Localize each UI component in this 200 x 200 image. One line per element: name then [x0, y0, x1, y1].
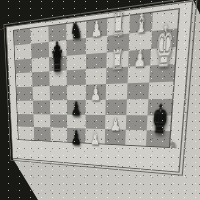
square-c6r5: [105, 83, 127, 99]
piece-white-bishop-a2: ♝: [134, 9, 148, 37]
square-c1r7: [18, 114, 34, 127]
square-c2r2: [31, 42, 49, 58]
piece-black-pawn-h5: ♟: [71, 127, 81, 147]
square-c7r8: [125, 130, 147, 146]
square-c1r8: [18, 127, 34, 140]
square-c7r6: [126, 99, 149, 115]
square-c3r7: [50, 114, 68, 128]
square-c7r5: [126, 82, 149, 99]
piece-black-knight-a5: ♞: [70, 19, 83, 44]
piece-black-pawn-f5: ♟: [71, 99, 81, 118]
square-c4r3: [67, 54, 86, 71]
piece-black-queen-c6: ♛: [51, 42, 64, 79]
square-c3r8: [50, 128, 67, 142]
square-c2r7: [33, 114, 50, 128]
piece-white-pawn-g3: ♟: [110, 116, 121, 134]
square-c1r4: [16, 73, 33, 88]
square-c4r4: [67, 69, 86, 85]
piece-white-pawn-a4: ♟: [91, 17, 103, 40]
board-emblem-knight-icon: ♞: [164, 138, 183, 151]
chess-board: ♞ ♟♜♝♜♟♚♟♟♟♞♟♛♟♟♚: [13, 8, 180, 148]
square-c6r6: [105, 99, 126, 115]
square-c3r5: [49, 85, 67, 100]
piece-white-rook-c3: ♜: [111, 45, 125, 73]
square-c1r6: [17, 100, 33, 113]
piece-black-king-g1: ♚: [151, 100, 170, 140]
square-c2r3: [31, 57, 48, 73]
square-c3r6: [49, 100, 67, 114]
square-c7r7: [125, 115, 148, 131]
square-c5r7: [86, 114, 106, 129]
piece-white-pawn-h4: ♟: [90, 130, 100, 148]
piece-white-rook-a3: ♜: [111, 7, 125, 40]
square-c2r6: [33, 100, 50, 114]
square-c1r2: [14, 44, 31, 60]
square-c5r3: [86, 52, 107, 69]
square-c2r4: [32, 72, 49, 87]
square-c2r5: [32, 86, 49, 100]
piece-white-pawn-e4: ♟: [90, 83, 101, 103]
chessboard-photo: ♞ ♟♜♝♜♟♚♟♟♟♞♟♛♟♟♚: [0, 0, 200, 200]
piece-white-pawn-c2: ♟: [133, 48, 147, 71]
square-c1r3: [15, 58, 32, 73]
square-c2r8: [34, 127, 51, 141]
square-c1r5: [16, 87, 32, 101]
